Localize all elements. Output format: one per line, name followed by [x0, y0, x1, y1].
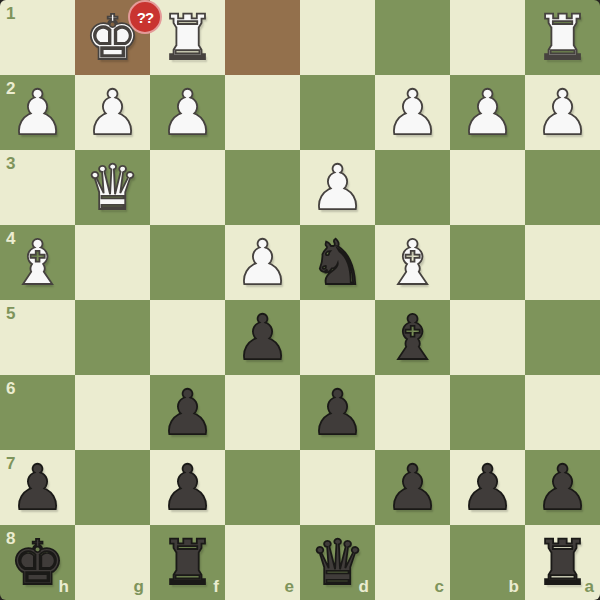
file-label-c: c: [435, 578, 444, 595]
square-b2[interactable]: ♟: [450, 75, 525, 150]
square-h7[interactable]: 7♟: [0, 450, 75, 525]
square-d7[interactable]: [300, 450, 375, 525]
square-h2[interactable]: 2♟: [0, 75, 75, 150]
square-a8[interactable]: a♜: [525, 525, 600, 600]
square-c4[interactable]: ♝: [375, 225, 450, 300]
square-f5[interactable]: [150, 300, 225, 375]
square-d3[interactable]: ♟: [300, 150, 375, 225]
black-pawn[interactable]: ♟: [150, 450, 225, 525]
square-b4[interactable]: [450, 225, 525, 300]
white-pawn[interactable]: ♟: [75, 75, 150, 150]
black-bishop[interactable]: ♝: [375, 300, 450, 375]
square-c6[interactable]: [375, 375, 450, 450]
black-pawn[interactable]: ♟: [525, 450, 600, 525]
white-pawn[interactable]: ♟: [0, 75, 75, 150]
square-g4[interactable]: [75, 225, 150, 300]
square-c3[interactable]: [375, 150, 450, 225]
square-d8[interactable]: d♛: [300, 525, 375, 600]
file-label-b: b: [509, 578, 519, 595]
square-f6[interactable]: ♟: [150, 375, 225, 450]
square-f2[interactable]: ♟: [150, 75, 225, 150]
blunder-badge-label: ??: [137, 9, 153, 26]
square-e4[interactable]: ♟: [225, 225, 300, 300]
black-rook[interactable]: ♜: [150, 525, 225, 600]
square-a7[interactable]: ♟: [525, 450, 600, 525]
square-b7[interactable]: ♟: [450, 450, 525, 525]
white-queen[interactable]: ♛: [75, 150, 150, 225]
white-pawn[interactable]: ♟: [150, 75, 225, 150]
black-rook[interactable]: ♜: [525, 525, 600, 600]
square-e1[interactable]: [225, 0, 300, 75]
rank-label-1: 1: [6, 5, 15, 22]
white-bishop[interactable]: ♝: [375, 225, 450, 300]
square-g3[interactable]: ♛: [75, 150, 150, 225]
square-a4[interactable]: [525, 225, 600, 300]
white-pawn[interactable]: ♟: [450, 75, 525, 150]
white-rook[interactable]: ♜: [525, 0, 600, 75]
square-f4[interactable]: [150, 225, 225, 300]
square-e6[interactable]: [225, 375, 300, 450]
file-label-e: e: [285, 578, 294, 595]
square-g6[interactable]: [75, 375, 150, 450]
square-c2[interactable]: ♟: [375, 75, 450, 150]
square-a1[interactable]: ♜: [525, 0, 600, 75]
square-a2[interactable]: ♟: [525, 75, 600, 150]
white-pawn[interactable]: ♟: [300, 150, 375, 225]
square-f7[interactable]: ♟: [150, 450, 225, 525]
square-g5[interactable]: [75, 300, 150, 375]
square-c8[interactable]: c: [375, 525, 450, 600]
file-label-g: g: [134, 578, 144, 595]
square-b1[interactable]: [450, 0, 525, 75]
square-c1[interactable]: [375, 0, 450, 75]
square-d1[interactable]: [300, 0, 375, 75]
black-pawn[interactable]: ♟: [225, 300, 300, 375]
black-pawn[interactable]: ♟: [150, 375, 225, 450]
black-king[interactable]: ♚: [0, 525, 75, 600]
white-pawn[interactable]: ♟: [225, 225, 300, 300]
square-g7[interactable]: [75, 450, 150, 525]
square-h4[interactable]: 4♝: [0, 225, 75, 300]
white-pawn[interactable]: ♟: [375, 75, 450, 150]
square-e7[interactable]: [225, 450, 300, 525]
square-b5[interactable]: [450, 300, 525, 375]
square-h8[interactable]: 8h♚: [0, 525, 75, 600]
square-h3[interactable]: 3: [0, 150, 75, 225]
square-h1[interactable]: 1: [0, 0, 75, 75]
black-pawn[interactable]: ♟: [375, 450, 450, 525]
square-a5[interactable]: [525, 300, 600, 375]
square-d2[interactable]: [300, 75, 375, 150]
rank-label-5: 5: [6, 305, 15, 322]
black-pawn[interactable]: ♟: [300, 375, 375, 450]
square-b3[interactable]: [450, 150, 525, 225]
square-h6[interactable]: 6: [0, 375, 75, 450]
chess-board[interactable]: ?? 1♚♜♜2♟♟♟♟♟♟3♛♟4♝♟♞♝5♟♝6♟♟7♟♟♟♟♟8h♚gf♜…: [0, 0, 600, 600]
square-a3[interactable]: [525, 150, 600, 225]
square-e3[interactable]: [225, 150, 300, 225]
square-b6[interactable]: [450, 375, 525, 450]
square-f3[interactable]: [150, 150, 225, 225]
white-bishop[interactable]: ♝: [0, 225, 75, 300]
rank-label-3: 3: [6, 155, 15, 172]
black-pawn[interactable]: ♟: [450, 450, 525, 525]
black-pawn[interactable]: ♟: [0, 450, 75, 525]
square-e8[interactable]: e: [225, 525, 300, 600]
square-a6[interactable]: [525, 375, 600, 450]
square-c5[interactable]: ♝: [375, 300, 450, 375]
rank-label-6: 6: [6, 380, 15, 397]
square-g2[interactable]: ♟: [75, 75, 150, 150]
square-d4[interactable]: ♞: [300, 225, 375, 300]
black-queen[interactable]: ♛: [300, 525, 375, 600]
blunder-badge: ??: [128, 0, 162, 34]
square-b8[interactable]: b: [450, 525, 525, 600]
square-c7[interactable]: ♟: [375, 450, 450, 525]
square-d6[interactable]: ♟: [300, 375, 375, 450]
square-d5[interactable]: [300, 300, 375, 375]
black-knight[interactable]: ♞: [300, 225, 375, 300]
square-g8[interactable]: g: [75, 525, 150, 600]
square-e2[interactable]: [225, 75, 300, 150]
square-f8[interactable]: f♜: [150, 525, 225, 600]
square-h5[interactable]: 5: [0, 300, 75, 375]
square-e5[interactable]: ♟: [225, 300, 300, 375]
white-pawn[interactable]: ♟: [525, 75, 600, 150]
